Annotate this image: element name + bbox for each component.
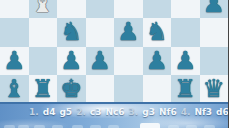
white-bishop[interactable]: ♝ [29, 0, 58, 18]
black-pawn[interactable]: ♟ [114, 18, 143, 47]
clipped-move-token [52, 125, 63, 128]
move-token[interactable]: Nf6 [159, 107, 177, 117]
square[interactable] [86, 0, 115, 18]
black-king[interactable]: ♚ [57, 75, 86, 104]
square[interactable] [0, 0, 29, 18]
black-rook[interactable]: ♜ [171, 75, 200, 104]
square-f8[interactable]: ♚ [57, 75, 86, 104]
chess-board[interactable]: ♝♟♞♟♞♟♟♟♟♟♝♜♚♜♛ [0, 0, 228, 104]
square[interactable] [29, 18, 58, 47]
square[interactable] [200, 18, 229, 47]
black-pawn[interactable]: ♟ [143, 47, 172, 76]
clipped-move-token [168, 125, 179, 128]
square-c6[interactable]: ♞ [143, 18, 172, 47]
black-pawn[interactable]: ♟ [200, 0, 229, 18]
square-f6[interactable]: ♞ [57, 18, 86, 47]
move-number: 2. [76, 107, 86, 117]
black-pawn[interactable]: ♟ [57, 47, 86, 76]
clipped-move-token [18, 125, 29, 128]
square[interactable] [200, 47, 229, 76]
square[interactable] [171, 18, 200, 47]
square[interactable] [57, 0, 86, 18]
square[interactable] [114, 75, 143, 104]
square[interactable] [86, 75, 115, 104]
move-token[interactable]: g5 [59, 107, 72, 117]
move-token[interactable]: Nf3 [194, 107, 212, 117]
black-knight[interactable]: ♞ [143, 18, 172, 47]
square[interactable] [0, 18, 29, 47]
square[interactable] [114, 0, 143, 18]
square-e7[interactable]: ♟ [86, 47, 115, 76]
clipped-move-token [34, 125, 45, 128]
square-g8[interactable]: ♜ [29, 75, 58, 104]
square-a5[interactable]: ♟ [200, 0, 229, 18]
chess-app-screen: ♝♟♞♟♞♟♟♟♟♟♝♜♚♜♛ 1.d4g52.c3Nc63.g3Nf64.Nf… [0, 0, 228, 128]
move-token[interactable]: c3 [90, 107, 102, 117]
square-d6[interactable]: ♟ [114, 18, 143, 47]
move-token[interactable]: g3 [142, 107, 155, 117]
move-token[interactable]: d6 [216, 107, 228, 117]
clipped-move-token [204, 125, 215, 128]
square[interactable] [29, 47, 58, 76]
black-pawn[interactable]: ♟ [86, 47, 115, 76]
square-b7[interactable]: ♟ [171, 47, 200, 76]
move-token[interactable]: d4 [43, 107, 56, 117]
square[interactable] [86, 18, 115, 47]
clipped-move-token [186, 125, 197, 128]
move-number: 1. [29, 107, 39, 117]
move-list-row-1: 1.d4g52.c3Nc63.g3Nf64.Nf3d6 [29, 107, 228, 117]
clipped-move-token [72, 125, 83, 128]
black-rook[interactable]: ♜ [29, 75, 58, 104]
square[interactable] [114, 47, 143, 76]
move-number: 4. [181, 107, 191, 117]
square-h7[interactable]: ♟ [0, 47, 29, 76]
board-grid: ♝♟♞♟♞♟♟♟♟♟♝♜♚♜♛ [0, 0, 228, 104]
move-token[interactable]: Nc6 [105, 107, 124, 117]
black-pawn[interactable]: ♟ [0, 47, 29, 76]
move-number: 3. [129, 107, 139, 117]
clipped-move-token [90, 125, 101, 128]
square[interactable] [171, 0, 200, 18]
move-list-row-2-partial [0, 121, 228, 128]
square-c7[interactable]: ♟ [143, 47, 172, 76]
square-h8[interactable]: ♝ [0, 75, 29, 104]
black-bishop[interactable]: ♝ [0, 75, 29, 104]
square-g5[interactable]: ♝ [29, 0, 58, 18]
square[interactable] [143, 75, 172, 104]
black-pawn[interactable]: ♟ [171, 47, 200, 76]
square[interactable] [143, 0, 172, 18]
clipped-move-token [4, 125, 15, 128]
move-list-bar: 1.d4g52.c3Nc63.g3Nf64.Nf3d6 [0, 104, 228, 128]
black-knight[interactable]: ♞ [57, 18, 86, 47]
square-f7[interactable]: ♟ [57, 47, 86, 76]
square-a8[interactable]: ♛ [200, 75, 229, 104]
current-move-highlight[interactable] [140, 123, 160, 128]
clipped-move-token [108, 125, 119, 128]
black-queen[interactable]: ♛ [200, 75, 229, 104]
square-b8[interactable]: ♜ [171, 75, 200, 104]
